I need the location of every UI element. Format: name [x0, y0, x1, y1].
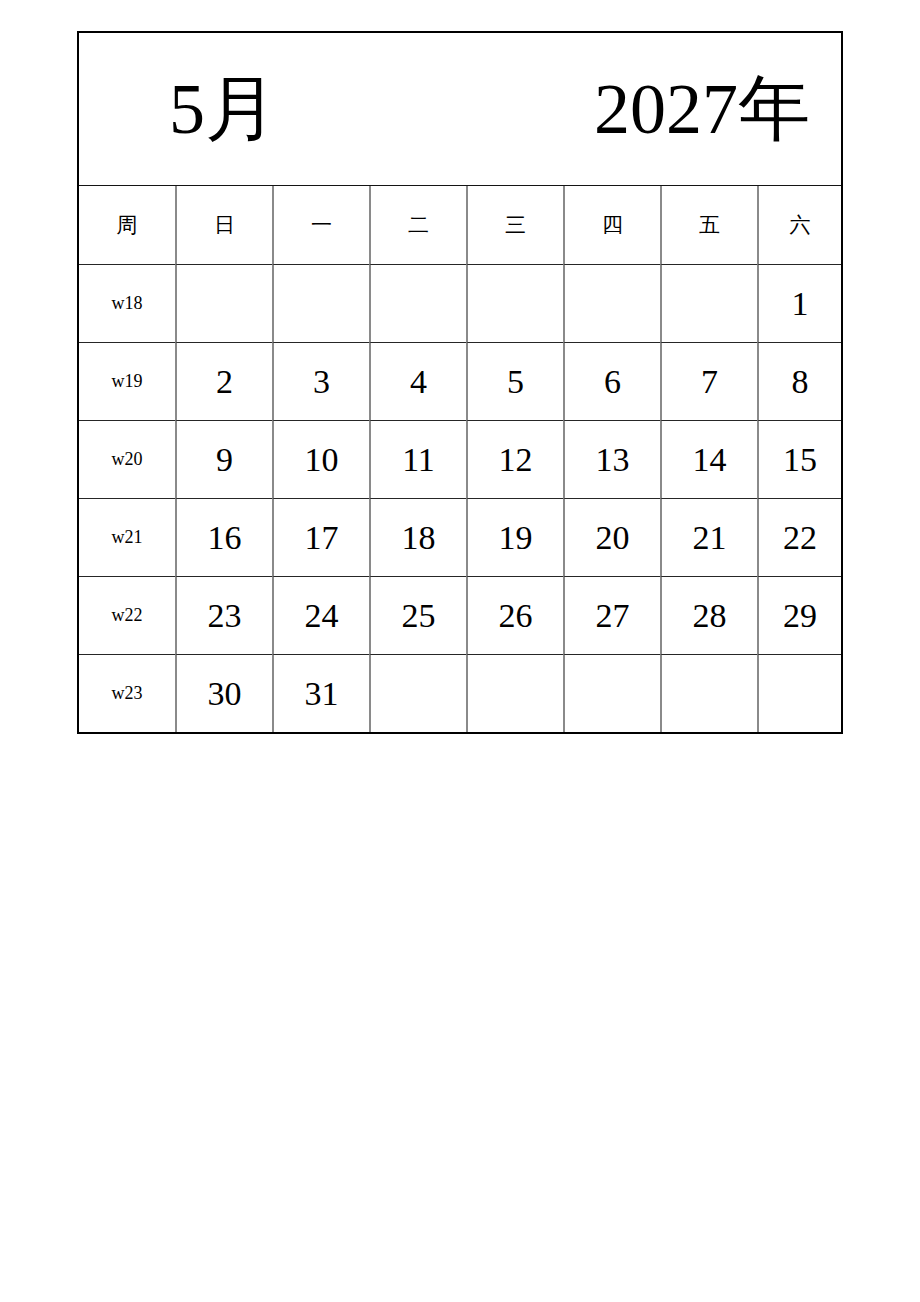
week-number-cell: w21: [79, 498, 175, 576]
weekday-header-sunday: 日: [175, 186, 272, 264]
day-cell: [660, 654, 757, 732]
day-cell: 28: [660, 576, 757, 654]
week-number-cell: w20: [79, 420, 175, 498]
day-cell: 21: [660, 498, 757, 576]
calendar-page: 5月 2027年 周 日 一 二 三 四 五 六 w18 1 w19 2 3: [0, 0, 920, 1302]
day-cell: [563, 654, 660, 732]
day-cell: [466, 654, 563, 732]
weekday-header-wednesday: 三: [466, 186, 563, 264]
day-cell: 23: [175, 576, 272, 654]
day-cell: [369, 264, 466, 342]
weekday-header-tuesday: 二: [369, 186, 466, 264]
day-cell: [466, 264, 563, 342]
day-cell: 6: [563, 342, 660, 420]
calendar: 5月 2027年 周 日 一 二 三 四 五 六 w18 1 w19 2 3: [77, 31, 843, 734]
week-column-header: 周: [79, 186, 175, 264]
week-number-cell: w23: [79, 654, 175, 732]
weekday-header-saturday: 六: [757, 186, 841, 264]
day-cell: 10: [272, 420, 369, 498]
weekday-header-thursday: 四: [563, 186, 660, 264]
day-cell: 7: [660, 342, 757, 420]
day-cell: 9: [175, 420, 272, 498]
day-cell: [563, 264, 660, 342]
weekday-header-monday: 一: [272, 186, 369, 264]
day-cell: 26: [466, 576, 563, 654]
day-cell: 1: [757, 264, 841, 342]
day-cell: 19: [466, 498, 563, 576]
day-cell: 31: [272, 654, 369, 732]
weekday-header-friday: 五: [660, 186, 757, 264]
day-cell: 20: [563, 498, 660, 576]
day-cell: 2: [175, 342, 272, 420]
day-cell: [369, 654, 466, 732]
day-cell: 17: [272, 498, 369, 576]
week-number-cell: w22: [79, 576, 175, 654]
day-cell: [660, 264, 757, 342]
week-number-cell: w19: [79, 342, 175, 420]
day-cell: 25: [369, 576, 466, 654]
month-title: 5月: [169, 61, 277, 157]
day-cell: 27: [563, 576, 660, 654]
day-cell: 8: [757, 342, 841, 420]
day-cell: 13: [563, 420, 660, 498]
day-cell: [757, 654, 841, 732]
day-cell: 5: [466, 342, 563, 420]
calendar-grid: 周 日 一 二 三 四 五 六 w18 1 w19 2 3 4 5 6 7 8: [79, 186, 841, 732]
day-cell: 4: [369, 342, 466, 420]
day-cell: 24: [272, 576, 369, 654]
day-cell: [272, 264, 369, 342]
day-cell: 30: [175, 654, 272, 732]
day-cell: 15: [757, 420, 841, 498]
day-cell: 12: [466, 420, 563, 498]
calendar-title: 5月 2027年: [79, 33, 841, 186]
week-number-cell: w18: [79, 264, 175, 342]
day-cell: 11: [369, 420, 466, 498]
day-cell: 14: [660, 420, 757, 498]
year-title: 2027年: [594, 61, 810, 157]
day-cell: 3: [272, 342, 369, 420]
day-cell: 29: [757, 576, 841, 654]
day-cell: 18: [369, 498, 466, 576]
day-cell: 16: [175, 498, 272, 576]
day-cell: [175, 264, 272, 342]
day-cell: 22: [757, 498, 841, 576]
